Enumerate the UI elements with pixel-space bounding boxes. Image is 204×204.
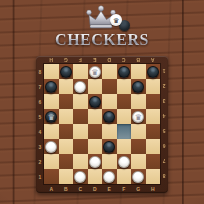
square-c1[interactable] [73, 169, 88, 184]
white-man-e1[interactable] [103, 171, 115, 183]
rank-label-5: 5 [160, 124, 168, 139]
white-king-d8[interactable]: ♛ [89, 66, 101, 78]
square-c7[interactable] [73, 79, 88, 94]
square-e5[interactable] [102, 109, 117, 124]
square-b7[interactable] [59, 79, 74, 94]
square-f6[interactable] [117, 94, 132, 109]
square-d8[interactable]: ♛ [88, 64, 103, 79]
square-f3[interactable] [117, 139, 132, 154]
rank-label-1: 1 [36, 169, 44, 184]
rank-label-6: 6 [160, 139, 168, 154]
file-label-h: H [146, 184, 161, 193]
white-man-f2[interactable] [118, 156, 130, 168]
square-h6[interactable] [146, 94, 161, 109]
rank-label-2: 2 [160, 79, 168, 94]
dark-man-g7[interactable] [132, 81, 144, 93]
square-g8[interactable] [131, 64, 146, 79]
file-label-e: E [88, 56, 103, 64]
rank-label-1: 1 [160, 64, 168, 79]
dark-man-h8[interactable] [147, 66, 159, 78]
white-man-c1[interactable] [74, 171, 86, 183]
square-c4[interactable] [73, 124, 88, 139]
rank-label-4: 4 [160, 109, 168, 124]
square-g4[interactable] [131, 124, 146, 139]
dark-man-e3[interactable] [103, 141, 115, 153]
square-d7[interactable] [88, 79, 103, 94]
board-files-bottom: ABCDEFGH [44, 184, 160, 193]
square-h8[interactable] [146, 64, 161, 79]
square-d2[interactable] [88, 154, 103, 169]
file-label-a: A [44, 184, 59, 193]
square-e4[interactable] [102, 124, 117, 139]
square-a5[interactable]: ♛ [44, 109, 59, 124]
square-e8[interactable] [102, 64, 117, 79]
dark-man-a7[interactable] [45, 81, 57, 93]
square-h7[interactable] [146, 79, 161, 94]
dark-man-e5[interactable] [103, 111, 115, 123]
white-king-g5[interactable]: ♛ [132, 111, 144, 123]
square-c3[interactable] [73, 139, 88, 154]
square-c8[interactable] [73, 64, 88, 79]
square-d4[interactable] [88, 124, 103, 139]
file-label-b: B [131, 56, 146, 64]
square-h1[interactable] [146, 169, 161, 184]
square-d5[interactable] [88, 109, 103, 124]
app-window: ♛ CHECKERS ABCDEFGH ABCDEFGH 87654321 87… [0, 0, 204, 204]
file-label-f: F [117, 184, 132, 193]
board-ranks-right: 87654321 [160, 64, 168, 184]
rank-label-4: 4 [36, 124, 44, 139]
file-label-b: B [59, 184, 74, 193]
crown-badge-icon: ♛ [110, 14, 122, 26]
square-e3[interactable] [102, 139, 117, 154]
square-a7[interactable] [44, 79, 59, 94]
square-b8[interactable] [59, 64, 74, 79]
square-f4[interactable] [117, 124, 132, 139]
rank-label-3: 3 [36, 139, 44, 154]
file-label-e: E [102, 184, 117, 193]
square-b5[interactable] [59, 109, 74, 124]
rank-label-8: 8 [160, 169, 168, 184]
board-ranks-left: 87654321 [36, 64, 44, 184]
square-b4[interactable] [59, 124, 74, 139]
square-g5[interactable]: ♛ [131, 109, 146, 124]
dark-king-a5[interactable]: ♛ [45, 111, 57, 123]
rank-label-7: 7 [36, 79, 44, 94]
square-g6[interactable] [131, 94, 146, 109]
rank-label-5: 5 [36, 109, 44, 124]
file-label-f: F [73, 56, 88, 64]
file-label-a: A [146, 56, 161, 64]
square-a2[interactable] [44, 154, 59, 169]
square-d1[interactable] [88, 169, 103, 184]
square-h2[interactable] [146, 154, 161, 169]
checkers-board: ABCDEFGH ABCDEFGH 87654321 87654321 ♛♛♛ [36, 56, 168, 193]
square-d3[interactable] [88, 139, 103, 154]
square-b6[interactable] [59, 94, 74, 109]
dark-man-b8[interactable] [60, 66, 72, 78]
square-e2[interactable] [102, 154, 117, 169]
square-h4[interactable] [146, 124, 161, 139]
square-h3[interactable] [146, 139, 161, 154]
square-a8[interactable] [44, 64, 59, 79]
king-crown-icon: ♛ [90, 67, 100, 77]
king-crown-icon: ♛ [46, 112, 56, 122]
square-g1[interactable] [131, 169, 146, 184]
square-e6[interactable] [102, 94, 117, 109]
square-f8[interactable] [117, 64, 132, 79]
square-f5[interactable] [117, 109, 132, 124]
logo: ♛ [0, 3, 204, 29]
white-man-d2[interactable] [89, 156, 101, 168]
file-label-d: D [102, 56, 117, 64]
file-label-c: C [117, 56, 132, 64]
square-a6[interactable] [44, 94, 59, 109]
square-e7[interactable] [102, 79, 117, 94]
file-label-c: C [73, 184, 88, 193]
rank-label-6: 6 [36, 94, 44, 109]
square-b3[interactable] [59, 139, 74, 154]
square-g7[interactable] [131, 79, 146, 94]
square-e1[interactable] [102, 169, 117, 184]
square-d6[interactable] [88, 94, 103, 109]
white-man-g1[interactable] [132, 171, 144, 183]
white-man-a3[interactable] [45, 141, 57, 153]
square-c2[interactable] [73, 154, 88, 169]
square-h5[interactable] [146, 109, 161, 124]
rank-label-8: 8 [36, 64, 44, 79]
square-b2[interactable] [59, 154, 74, 169]
file-label-g: G [59, 56, 74, 64]
file-label-d: D [88, 184, 103, 193]
square-f2[interactable] [117, 154, 132, 169]
square-b1[interactable] [59, 169, 74, 184]
app-title: CHECKERS [0, 31, 204, 49]
square-a3[interactable] [44, 139, 59, 154]
dark-man-d6[interactable] [89, 96, 101, 108]
square-f1[interactable] [117, 169, 132, 184]
square-f7[interactable] [117, 79, 132, 94]
file-label-g: G [131, 184, 146, 193]
rank-label-3: 3 [160, 94, 168, 109]
square-c6[interactable] [73, 94, 88, 109]
square-g3[interactable] [131, 139, 146, 154]
rank-label-2: 2 [36, 154, 44, 169]
file-label-h: H [44, 56, 59, 64]
king-crown-icon: ♛ [133, 112, 143, 122]
square-c5[interactable] [73, 109, 88, 124]
square-a4[interactable] [44, 124, 59, 139]
white-man-c7[interactable] [74, 81, 86, 93]
rank-label-7: 7 [160, 154, 168, 169]
square-g2[interactable] [131, 154, 146, 169]
board-files-top: ABCDEFGH [44, 56, 160, 64]
square-a1[interactable] [44, 169, 59, 184]
dark-man-f8[interactable] [118, 66, 130, 78]
board-grid: ♛♛♛ [44, 64, 160, 184]
